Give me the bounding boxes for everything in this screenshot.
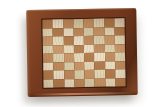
board-square bbox=[104, 18, 114, 27]
board-square bbox=[53, 45, 63, 54]
board-square bbox=[74, 78, 84, 87]
board-square bbox=[74, 53, 84, 62]
board-square bbox=[73, 19, 83, 28]
chess-board bbox=[26, 8, 138, 97]
board-square bbox=[95, 78, 105, 87]
board-square bbox=[73, 36, 83, 45]
board-square bbox=[43, 37, 53, 46]
board-square bbox=[54, 70, 64, 79]
board-square bbox=[64, 62, 74, 71]
board-square bbox=[115, 61, 125, 70]
board-square bbox=[83, 19, 93, 28]
board-square bbox=[74, 70, 84, 79]
board-square bbox=[94, 61, 104, 70]
board-square bbox=[64, 79, 74, 88]
board-square bbox=[43, 70, 53, 79]
board-square bbox=[94, 19, 104, 28]
board-square bbox=[43, 62, 53, 71]
board-square bbox=[104, 35, 114, 44]
board-square bbox=[53, 19, 63, 28]
board-square bbox=[42, 20, 52, 29]
board-square bbox=[94, 36, 104, 45]
board-grid bbox=[42, 18, 125, 87]
board-square bbox=[115, 69, 125, 78]
board-square bbox=[64, 70, 74, 79]
board-square bbox=[53, 62, 63, 71]
board-square bbox=[84, 61, 94, 70]
board-square bbox=[63, 45, 73, 54]
board-square bbox=[94, 44, 104, 53]
board-square bbox=[53, 53, 63, 62]
board-square bbox=[43, 45, 53, 54]
board-square bbox=[43, 54, 53, 63]
board-square bbox=[94, 53, 104, 62]
board-square bbox=[115, 44, 125, 53]
board-square bbox=[84, 36, 94, 45]
board-square bbox=[63, 36, 73, 45]
board-square bbox=[114, 27, 124, 36]
board-square bbox=[64, 53, 74, 62]
board-square bbox=[74, 61, 84, 70]
board-square bbox=[84, 70, 94, 79]
board-square bbox=[53, 28, 63, 37]
board-square bbox=[105, 52, 115, 61]
board-square bbox=[114, 35, 124, 44]
board-square bbox=[63, 19, 73, 28]
board-square bbox=[74, 44, 84, 53]
board-square bbox=[43, 28, 53, 37]
board-square bbox=[73, 27, 83, 36]
board-square bbox=[105, 78, 115, 87]
board-square bbox=[115, 78, 125, 87]
board-square bbox=[105, 61, 115, 70]
board-square bbox=[53, 36, 63, 45]
board-square bbox=[84, 44, 94, 53]
board-square bbox=[63, 28, 73, 37]
board-square bbox=[84, 53, 94, 62]
board-square bbox=[95, 70, 105, 79]
board-square bbox=[115, 52, 125, 61]
photo-background bbox=[0, 0, 160, 107]
board-square bbox=[94, 27, 104, 36]
board-square bbox=[84, 27, 94, 36]
board-square bbox=[84, 78, 94, 87]
board-square bbox=[105, 69, 115, 78]
board-square bbox=[43, 79, 53, 88]
board-square bbox=[114, 18, 124, 27]
board-square bbox=[104, 27, 114, 36]
board-frame-trim bbox=[41, 17, 126, 88]
board-square bbox=[54, 79, 64, 88]
board-square bbox=[104, 44, 114, 53]
